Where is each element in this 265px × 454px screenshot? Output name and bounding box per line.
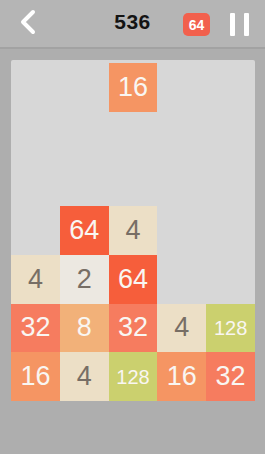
tile-2: 2: [60, 255, 109, 304]
tile-128: 128: [206, 304, 255, 353]
tile-4: 4: [60, 352, 109, 401]
tile-16: 16: [157, 352, 206, 401]
pause-button[interactable]: [230, 13, 249, 36]
tile-8: 8: [60, 304, 109, 353]
game-screen: { "game": "2048-bricks (falling-tile 204…: [0, 0, 265, 454]
top-bar: 536 64: [0, 0, 265, 49]
tile-4: 4: [109, 206, 158, 255]
tile-32: 32: [206, 352, 255, 401]
tile-4: 4: [11, 255, 60, 304]
max-tile-badge: 64: [183, 13, 210, 36]
tile-16: 16: [11, 352, 60, 401]
game-board[interactable]: 1664442643283241281641281632: [11, 60, 255, 401]
pause-icon: [230, 13, 249, 36]
tile-32: 32: [109, 304, 158, 353]
tile-4: 4: [157, 304, 206, 353]
tile-32: 32: [11, 304, 60, 353]
tile-64: 64: [60, 206, 109, 255]
tile-128: 128: [109, 352, 158, 401]
falling-tile-16: 16: [109, 63, 158, 112]
score-display: 536: [0, 10, 265, 34]
tile-64: 64: [109, 255, 158, 304]
